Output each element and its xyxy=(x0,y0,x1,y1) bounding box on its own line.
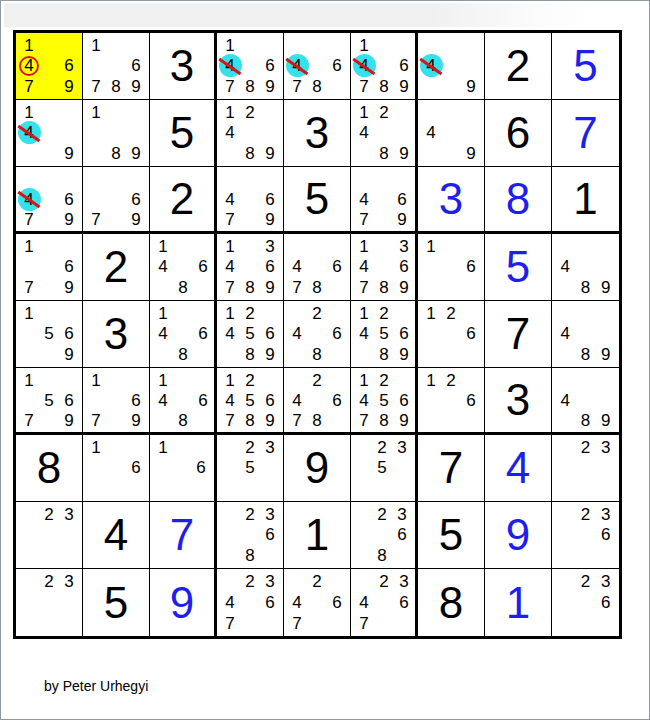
candidate-digit: 6 xyxy=(126,390,146,410)
pencil-mark-slot xyxy=(86,458,106,479)
pencil-mark-slot: 3 xyxy=(260,504,280,525)
pencil-mark-slot xyxy=(575,592,595,613)
pencil-mark-slot xyxy=(39,209,59,229)
pencil-mark-slot: 7 xyxy=(220,76,240,97)
cell-r8c1[interactable]: 23 xyxy=(16,502,83,569)
cell-r2c9[interactable]: 7 xyxy=(552,100,619,167)
candidate-digit: 6 xyxy=(260,525,280,545)
cell-r7c8[interactable]: 4 xyxy=(485,435,552,502)
candidate-digit: 6 xyxy=(394,593,414,613)
pencil-mark-slot: 1 xyxy=(153,236,173,257)
pencil-mark-slot: 4 xyxy=(220,189,240,209)
cell-r9c7[interactable]: 8 xyxy=(418,569,485,636)
pencil-mark-slot xyxy=(372,478,392,499)
cell-r5c3[interactable]: 1468 xyxy=(150,301,217,368)
cell-r2c7[interactable]: 49 xyxy=(418,100,485,167)
pencil-mark-slot: 8 xyxy=(374,277,394,298)
candidate-digit: 4 xyxy=(354,189,374,209)
candidate-digit: 3 xyxy=(260,504,280,524)
cell-r1c7[interactable]: 49 xyxy=(418,33,485,100)
pencil-mark-slot xyxy=(307,236,327,257)
pencil-mark-slot xyxy=(39,592,59,613)
pencil-marks: 4679 xyxy=(351,167,415,231)
cell-r4c6[interactable]: 1346789 xyxy=(351,234,418,301)
pencil-marks: 23467 xyxy=(351,569,415,636)
pencil-mark-slot xyxy=(260,458,280,479)
cell-r8c8[interactable]: 9 xyxy=(485,502,552,569)
pencil-marks: 4678 xyxy=(284,33,350,99)
cell-r3c4[interactable]: 4679 xyxy=(217,167,284,234)
pencil-mark-slot xyxy=(39,277,59,298)
pencil-mark-slot: 8 xyxy=(374,344,394,365)
pencil-mark-slot: 4 xyxy=(555,390,575,410)
candidate-digit: 2 xyxy=(575,437,595,457)
pencil-marks: 23 xyxy=(16,502,82,568)
pencil-mark-slot xyxy=(86,189,106,209)
pencil-mark-slot: 7 xyxy=(220,410,240,430)
cell-r3c2[interactable]: 679 xyxy=(83,167,150,234)
pencil-mark-slot xyxy=(240,35,260,56)
given-digit: 7 xyxy=(485,301,551,367)
pencil-mark-slot: 9 xyxy=(596,410,616,430)
cell-r4c1[interactable]: 1679 xyxy=(16,234,83,301)
cell-r7c4[interactable]: 235 xyxy=(217,435,284,502)
pencil-marks: 49 xyxy=(418,33,484,99)
pencil-mark-slot: 8 xyxy=(240,410,260,430)
pencil-marks: 2467 xyxy=(284,569,350,636)
pencil-mark-slot: 8 xyxy=(307,277,327,298)
pencil-mark-slot xyxy=(555,236,575,257)
candidate-digit: 4 xyxy=(287,257,307,277)
pencil-mark-slot: 3 xyxy=(394,571,414,592)
pencil-mark-slot: 8 xyxy=(240,76,260,97)
pencil-mark-slot xyxy=(596,257,616,278)
pencil-mark-slot xyxy=(39,123,59,144)
pencil-mark-slot xyxy=(39,257,59,278)
pencil-mark-slot xyxy=(39,189,59,209)
pencil-mark-slot: 1 xyxy=(153,437,173,458)
pencil-mark-slot xyxy=(86,123,106,144)
pencil-mark-slot: 8 xyxy=(106,143,126,164)
pencil-mark-slot: 1 xyxy=(19,35,39,56)
cell-r4c9[interactable]: 489 xyxy=(552,234,619,301)
cell-r7c7[interactable]: 7 xyxy=(418,435,485,502)
pencil-mark-slot: 7 xyxy=(86,410,106,430)
pencil-mark-slot xyxy=(126,169,146,189)
cell-r1c6[interactable]: 146789 xyxy=(351,33,418,100)
pencil-mark-slot: 4 xyxy=(153,390,173,410)
pencil-marks: 1468 xyxy=(150,301,214,367)
pencil-mark-slot xyxy=(126,123,146,144)
cell-r3c7[interactable]: 3 xyxy=(418,167,485,234)
pencil-mark-slot xyxy=(441,143,461,164)
pencil-mark-slot: 6 xyxy=(126,56,146,77)
candidate-digit: 9 xyxy=(260,410,280,430)
candidate-digit: 1 xyxy=(354,303,374,323)
candidate-digit: 4 xyxy=(354,390,374,410)
cell-r3c5[interactable]: 5 xyxy=(284,167,351,234)
pencil-mark-slot xyxy=(327,236,347,257)
candidate-digit: 9 xyxy=(596,345,616,365)
pencil-mark-slot xyxy=(441,35,461,56)
candidate-digit: 6 xyxy=(596,593,616,613)
cell-r9c1[interactable]: 23 xyxy=(16,569,83,636)
pencil-mark-slot xyxy=(354,458,372,479)
pencil-mark-slot xyxy=(327,303,347,324)
candidate-digit: 4 xyxy=(153,257,173,277)
candidate-digit: 6 xyxy=(59,324,79,344)
cell-r2c1[interactable]: 149 xyxy=(16,100,83,167)
pencil-marks: 23467 xyxy=(217,569,283,636)
pencil-mark-slot: 4 xyxy=(287,592,307,613)
pencil-mark-slot xyxy=(240,613,260,634)
candidate-digit: 2 xyxy=(374,572,394,592)
cell-r2c2[interactable]: 189 xyxy=(83,100,150,167)
cell-r3c8[interactable]: 8 xyxy=(485,167,552,234)
pencil-mark-slot: 8 xyxy=(240,545,260,566)
pencil-mark-slot xyxy=(39,236,59,257)
pencil-mark-slot xyxy=(461,344,481,365)
pencil-mark-slot: 6 xyxy=(260,525,280,546)
candidate-digit: 7 xyxy=(86,209,106,229)
pencil-mark-slot xyxy=(86,56,106,77)
cell-r6c7[interactable]: 126 xyxy=(418,368,485,435)
pencil-mark-slot xyxy=(86,390,106,410)
pencil-marks: 23 xyxy=(16,569,82,636)
pencil-mark-slot xyxy=(575,257,595,278)
cell-r4c8[interactable]: 5 xyxy=(485,234,552,301)
pencil-mark-slot xyxy=(421,344,441,365)
cell-r5c4[interactable]: 1245689 xyxy=(217,301,284,368)
pencil-mark-slot: 4 xyxy=(555,324,575,345)
pencil-mark-slot: 6 xyxy=(59,257,79,278)
pencil-mark-slot: 9 xyxy=(260,344,280,365)
cell-r9c3[interactable]: 9 xyxy=(150,569,217,636)
candidate-digit: 1 xyxy=(153,437,173,457)
cell-r1c8[interactable]: 2 xyxy=(485,33,552,100)
pencil-mark-slot xyxy=(173,303,193,324)
pencil-mark-slot xyxy=(307,257,327,278)
cell-r4c5[interactable]: 4678 xyxy=(284,234,351,301)
pencil-mark-slot: 2 xyxy=(240,303,260,324)
pencil-mark-slot: 7 xyxy=(19,209,39,229)
pencil-mark-slot: 1 xyxy=(220,102,240,123)
candidate-digit: 1 xyxy=(153,370,173,390)
pencil-mark-slot: 2 xyxy=(240,571,260,592)
candidate-digit: 8 xyxy=(307,410,327,430)
pencil-mark-slot xyxy=(59,123,79,144)
pencil-mark-slot xyxy=(354,478,372,499)
pencil-mark-slot: 7 xyxy=(220,613,240,634)
cell-r5c7[interactable]: 126 xyxy=(418,301,485,368)
candidate-digit: 6 xyxy=(260,189,280,209)
candidate-digit: 6 xyxy=(59,257,79,277)
candidate-digit: 1 xyxy=(86,437,106,457)
solved-digit: 3 xyxy=(418,167,484,231)
candidate-digit: 6 xyxy=(260,390,280,410)
pencil-mark-slot xyxy=(374,35,394,56)
candidate-digit: 6 xyxy=(193,390,213,410)
pencil-mark-slot: 8 xyxy=(575,410,595,430)
pencil-mark-slot xyxy=(354,143,374,164)
pencil-marks: 126 xyxy=(418,368,484,432)
pencil-mark-slot: 1 xyxy=(19,303,39,324)
pencil-marks: 12489 xyxy=(351,100,415,166)
cell-r8c5[interactable]: 1 xyxy=(284,502,351,569)
cell-r2c3[interactable]: 5 xyxy=(150,100,217,167)
pencil-mark-slot xyxy=(461,56,481,77)
pencil-mark-slot xyxy=(327,613,347,634)
pencil-mark-slot xyxy=(126,478,146,499)
cell-r5c9[interactable]: 489 xyxy=(552,301,619,368)
cell-r4c3[interactable]: 1468 xyxy=(150,234,217,301)
cell-r3c3[interactable]: 2 xyxy=(150,167,217,234)
pencil-mark-slot: 1 xyxy=(354,102,374,123)
pencil-mark-slot: 5 xyxy=(39,390,59,410)
pencil-mark-slot: 3 xyxy=(260,437,280,458)
cell-r3c9[interactable]: 1 xyxy=(552,167,619,234)
cell-r5c1[interactable]: 1569 xyxy=(16,301,83,368)
candidate-digit: 3 xyxy=(260,572,280,592)
pencil-mark-slot: 4 xyxy=(287,324,307,345)
candidate-digit: 3 xyxy=(392,504,412,524)
cell-r1c9[interactable]: 5 xyxy=(552,33,619,100)
candidate-digit: 9 xyxy=(392,209,412,229)
cell-r6c8[interactable]: 3 xyxy=(485,368,552,435)
cell-r1c5[interactable]: 4678 xyxy=(284,33,351,100)
candidate-digit: 6 xyxy=(191,458,211,478)
cell-r1c1[interactable]: 14679 xyxy=(16,33,83,100)
cell-r8c2[interactable]: 4 xyxy=(83,502,150,569)
pencil-mark-slot: 4 xyxy=(220,324,240,345)
pencil-mark-slot xyxy=(106,209,126,229)
cell-r8c9[interactable]: 236 xyxy=(552,502,619,569)
pencil-mark-slot: 6 xyxy=(193,324,213,345)
given-digit: 2 xyxy=(485,33,551,99)
pencil-marks: 149 xyxy=(16,100,82,166)
candidate-digit: 7 xyxy=(354,209,374,229)
pencil-mark-slot xyxy=(441,76,461,97)
cell-r2c4[interactable]: 12489 xyxy=(217,100,284,167)
pencil-marks: 24678 xyxy=(284,368,350,432)
pencil-mark-slot: 6 xyxy=(126,189,146,209)
pencil-mark-slot xyxy=(240,209,260,229)
pencil-mark-slot: 8 xyxy=(240,277,260,298)
pencil-mark-slot: 2 xyxy=(240,102,260,123)
pencil-mark-slot: 5 xyxy=(374,324,394,345)
cell-r7c3[interactable]: 16 xyxy=(150,435,217,502)
pencil-mark-slot xyxy=(220,437,240,458)
pencil-mark-slot: 7 xyxy=(19,410,39,430)
pencil-mark-slot: 4 xyxy=(287,56,307,77)
candidate-digit: 8 xyxy=(240,144,260,164)
pencil-mark-slot xyxy=(193,370,213,390)
pencil-mark-slot xyxy=(240,478,260,499)
candidate-digit: 8 xyxy=(173,278,193,298)
candidate-digit: 9 xyxy=(126,144,146,164)
cell-r4c7[interactable]: 16 xyxy=(418,234,485,301)
candidate-digit: 1 xyxy=(153,303,173,323)
cell-r1c2[interactable]: 16789 xyxy=(83,33,150,100)
cell-r4c4[interactable]: 1346789 xyxy=(217,234,284,301)
pencil-mark-slot: 4 xyxy=(220,56,240,77)
pencil-mark-slot: 2 xyxy=(441,303,461,324)
pencil-marks: 1346789 xyxy=(217,234,283,300)
pencil-mark-slot xyxy=(392,458,412,479)
candidate-digit: 3 xyxy=(260,437,280,457)
cell-r4c2[interactable]: 2 xyxy=(83,234,150,301)
given-digit: 1 xyxy=(284,502,350,568)
pencil-mark-slot: 8 xyxy=(173,344,193,365)
cell-r9c4[interactable]: 23467 xyxy=(217,569,284,636)
pencil-mark-slot xyxy=(421,257,441,278)
cell-r7c2[interactable]: 16 xyxy=(83,435,150,502)
pencil-mark-slot xyxy=(19,324,39,345)
cell-r6c2[interactable]: 1679 xyxy=(83,368,150,435)
given-digit: 5 xyxy=(83,569,149,636)
cell-r5c8[interactable]: 7 xyxy=(485,301,552,368)
pencil-marks: 1346789 xyxy=(351,234,415,300)
pencil-mark-slot: 2 xyxy=(240,370,260,390)
cell-r9c8[interactable]: 1 xyxy=(485,569,552,636)
candidate-digit: 9 xyxy=(59,278,79,298)
candidate-digit: 6 xyxy=(394,324,414,344)
pencil-mark-slot: 6 xyxy=(327,257,347,278)
pencil-mark-slot: 9 xyxy=(260,209,280,229)
pencil-mark-slot xyxy=(173,437,191,458)
pencil-mark-slot: 4 xyxy=(555,257,575,278)
pencil-mark-slot: 9 xyxy=(59,277,79,298)
pencil-mark-slot xyxy=(374,169,392,189)
candidate-digit: 8 xyxy=(240,345,260,365)
cell-r5c2[interactable]: 3 xyxy=(83,301,150,368)
candidate-digit: 4 xyxy=(555,257,575,277)
candidate-digit: 7 xyxy=(19,77,39,97)
cell-r1c4[interactable]: 146789 xyxy=(217,33,284,100)
candidate-digit: 1 xyxy=(354,35,374,55)
pencil-mark-slot xyxy=(461,35,481,56)
candidate-digit: 8 xyxy=(307,345,327,365)
pencil-mark-slot: 1 xyxy=(153,370,173,390)
cell-r7c6[interactable]: 235 xyxy=(351,435,418,502)
pencil-mark-slot xyxy=(555,344,575,365)
candidate-digit: 6 xyxy=(327,257,347,277)
pencil-mark-slot xyxy=(596,613,616,634)
candidate-digit: 1 xyxy=(19,303,39,323)
pencil-mark-slot: 7 xyxy=(354,410,374,430)
candidate-digit: 2 xyxy=(240,437,260,457)
cell-r6c3[interactable]: 1468 xyxy=(150,368,217,435)
pencil-mark-slot xyxy=(575,390,595,410)
cell-r8c3[interactable]: 7 xyxy=(150,502,217,569)
pencil-mark-slot xyxy=(126,370,146,390)
cell-r7c9[interactable]: 23 xyxy=(552,435,619,502)
candidate-digit: 9 xyxy=(461,77,481,97)
cell-r6c6[interactable]: 12456789 xyxy=(351,368,418,435)
cell-r6c5[interactable]: 24678 xyxy=(284,368,351,435)
pencil-mark-slot xyxy=(421,277,441,298)
candidate-digit: 2 xyxy=(374,303,394,323)
pencil-marks: 489 xyxy=(552,234,619,300)
pencil-mark-slot xyxy=(220,169,240,189)
pencil-mark-slot xyxy=(441,56,461,77)
cell-r2c5[interactable]: 3 xyxy=(284,100,351,167)
pencil-mark-slot xyxy=(307,56,327,77)
cell-r1c3[interactable]: 3 xyxy=(150,33,217,100)
cell-r5c6[interactable]: 1245689 xyxy=(351,301,418,368)
cell-r9c6[interactable]: 23467 xyxy=(351,569,418,636)
pencil-mark-slot xyxy=(39,545,59,566)
pencil-marks: 1245689 xyxy=(217,301,283,367)
pencil-mark-slot xyxy=(19,592,39,613)
pencil-mark-slot: 6 xyxy=(327,324,347,345)
candidate-digit: 4 xyxy=(287,324,307,344)
pencil-mark-slot: 6 xyxy=(394,324,414,345)
cell-r8c7[interactable]: 5 xyxy=(418,502,485,569)
candidate-digit: 8 xyxy=(106,144,126,164)
given-digit: 2 xyxy=(150,167,214,231)
cell-r5c5[interactable]: 2468 xyxy=(284,301,351,368)
cell-r3c1[interactable]: 4679 xyxy=(16,167,83,234)
pencil-mark-slot xyxy=(555,410,575,430)
pencil-mark-slot: 3 xyxy=(392,504,412,525)
cell-r8c4[interactable]: 2368 xyxy=(217,502,284,569)
candidate-digit: 8 xyxy=(240,410,260,430)
pencil-mark-slot xyxy=(39,344,59,365)
cell-r8c6[interactable]: 2368 xyxy=(351,502,418,569)
pencil-mark-slot: 4 xyxy=(220,123,240,144)
cell-r7c1[interactable]: 8 xyxy=(16,435,83,502)
cell-r2c6[interactable]: 12489 xyxy=(351,100,418,167)
candidate-digit: 7 xyxy=(220,278,240,298)
pencil-mark-slot: 6 xyxy=(596,525,616,546)
cell-r9c9[interactable]: 236 xyxy=(552,569,619,636)
pencil-mark-slot xyxy=(354,525,372,546)
pencil-marks: 1679 xyxy=(16,234,82,300)
pencil-marks: 235 xyxy=(351,435,415,501)
cell-r6c9[interactable]: 489 xyxy=(552,368,619,435)
cell-r3c6[interactable]: 4679 xyxy=(351,167,418,234)
pencil-mark-slot xyxy=(59,613,79,634)
pencil-mark-slot: 6 xyxy=(461,390,481,410)
pencil-mark-slot xyxy=(220,478,240,499)
candidate-digit: 2 xyxy=(307,572,327,592)
cell-r2c8[interactable]: 6 xyxy=(485,100,552,167)
pencil-mark-slot xyxy=(394,35,414,56)
pencil-mark-slot xyxy=(260,35,280,56)
pencil-mark-slot xyxy=(106,478,126,499)
cell-r9c5[interactable]: 2467 xyxy=(284,569,351,636)
pencil-mark-slot: 9 xyxy=(59,76,79,97)
pencil-mark-slot: 3 xyxy=(392,437,412,458)
candidate-digit: 1 xyxy=(153,236,173,256)
pencil-mark-slot: 9 xyxy=(394,277,414,298)
candidate-digit: 1 xyxy=(220,303,240,323)
cell-r6c1[interactable]: 15679 xyxy=(16,368,83,435)
pencil-mark-slot: 6 xyxy=(191,458,211,479)
pencil-mark-slot xyxy=(173,324,193,345)
cell-r9c2[interactable]: 5 xyxy=(83,569,150,636)
pencil-mark-slot: 2 xyxy=(575,437,595,458)
cell-r7c5[interactable]: 9 xyxy=(284,435,351,502)
pencil-mark-slot: 2 xyxy=(374,102,394,123)
candidate-digit: 2 xyxy=(372,504,392,524)
pencil-mark-slot: 4 xyxy=(354,56,374,77)
pencil-mark-slot: 1 xyxy=(220,236,240,257)
cell-r6c4[interactable]: 12456789 xyxy=(217,368,284,435)
candidate-digit: 4 xyxy=(153,390,173,410)
candidate-digit: 8 xyxy=(173,410,193,430)
